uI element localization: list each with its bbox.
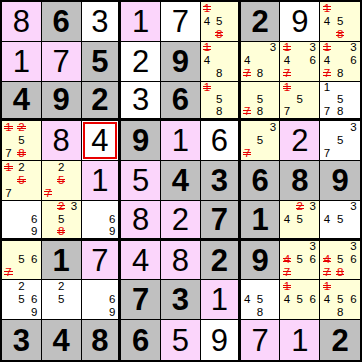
candidate-slot-4 <box>320 94 333 106</box>
cell-r8c1[interactable]: 2569 <box>2 280 42 320</box>
candidate-slot-1: 1 <box>201 42 213 55</box>
candidate-slot-3 <box>225 42 237 55</box>
candidate-5: 5 <box>18 254 24 266</box>
candidate-slot-5: 5 <box>333 254 346 267</box>
cell-value: 7 <box>161 2 200 41</box>
candidate-grid: 69 <box>2 201 41 238</box>
candidate-slot-3 <box>68 161 81 174</box>
cell-r6c3[interactable]: 69 <box>82 201 122 241</box>
candidate-slot-7 <box>201 68 213 81</box>
candidate-slot-5: 5 <box>254 94 267 106</box>
cell-r3c8[interactable]: 157 <box>280 82 320 122</box>
cell-value: 8 <box>42 121 81 160</box>
candidate-slot-2: 2 <box>15 161 28 174</box>
candidate-4: 4 <box>244 55 250 67</box>
candidate-9: 9 <box>109 226 115 238</box>
candidate-slot-4: 4 <box>241 55 254 68</box>
candidate-slot-4: 4 <box>280 293 293 306</box>
candidate-slot-7: 7 <box>241 147 254 160</box>
cell-r1c6[interactable]: 1458 <box>201 2 241 42</box>
candidate-slot-7: 7 <box>241 68 254 81</box>
candidate-slot-4 <box>42 293 55 306</box>
cell-value: 5 <box>121 161 160 200</box>
cell-r2c8[interactable]: 13467 <box>280 42 320 82</box>
candidate-slot-7 <box>201 28 213 41</box>
candidate-slot-3 <box>106 201 118 213</box>
candidate-slot-1 <box>82 201 94 213</box>
candidate-grid: 567 <box>2 241 41 280</box>
cell-r9c5[interactable]: 5 <box>161 320 201 360</box>
candidate-slot-3: 3 <box>347 241 360 254</box>
cell-r5c2[interactable]: 257 <box>42 161 82 201</box>
candidate-slot-7: 7 <box>2 187 15 200</box>
candidate-slot-4: 4 <box>320 254 333 267</box>
candidate-slot-8: 8 <box>333 106 346 118</box>
candidate-slot-8: 8 <box>213 106 225 118</box>
candidate-slot-9 <box>225 106 237 118</box>
candidate-5: 5 <box>337 135 343 147</box>
cell-r3c1[interactable]: 4 <box>2 82 42 122</box>
eliminated-candidate-8: 8 <box>17 148 25 160</box>
cell-r9c7[interactable]: 7 <box>241 320 281 360</box>
candidate-slot-9 <box>267 68 280 81</box>
candidate-slot-2 <box>333 241 346 254</box>
cell-r1c7[interactable]: 2 <box>241 2 281 42</box>
cell-r8c9[interactable]: 14568 <box>320 280 360 320</box>
candidate-6: 6 <box>31 294 37 306</box>
candidate-slot-5 <box>15 213 28 225</box>
cell-r9c2[interactable]: 4 <box>42 320 82 360</box>
candidate-grid: 345678 <box>320 241 360 280</box>
candidate-7: 7 <box>324 106 330 118</box>
candidate-5: 5 <box>297 254 303 266</box>
candidate-slot-2: 2 <box>15 121 28 134</box>
candidate-8: 8 <box>216 106 222 118</box>
candidate-slot-8 <box>293 306 306 319</box>
candidate-slot-5: 5 <box>213 15 225 28</box>
candidate-slot-9 <box>306 106 319 118</box>
candidate-slot-6 <box>68 213 81 225</box>
candidate-slot-4 <box>2 254 15 267</box>
cell-r4c7[interactable]: 357 <box>241 121 281 161</box>
candidate-slot-8: 8 <box>15 147 28 160</box>
cell-r7c5[interactable]: 8 <box>161 241 201 281</box>
cell-r3c3[interactable]: 2 <box>82 82 122 122</box>
candidate-slot-7 <box>82 225 94 237</box>
cell-r3c2[interactable]: 9 <box>42 82 82 122</box>
candidate-grid: 2358 <box>42 201 81 238</box>
candidate-2: 2 <box>18 281 24 293</box>
cell-r1c5[interactable]: 7 <box>161 2 201 42</box>
cell-value: 4 <box>161 161 200 200</box>
candidate-slot-6: 6 <box>106 213 118 225</box>
candidate-6: 6 <box>350 294 356 306</box>
candidate-slot-9 <box>347 225 360 237</box>
candidate-5: 5 <box>337 254 343 266</box>
candidate-slot-5 <box>333 55 346 68</box>
candidate-slot-9: 9 <box>28 225 41 237</box>
cell-r2c6[interactable]: 148 <box>201 42 241 82</box>
candidate-slot-9 <box>267 306 280 319</box>
candidate-slot-2 <box>254 280 267 293</box>
cell-r1c1[interactable]: 8 <box>2 2 42 42</box>
eliminated-candidate-7: 7 <box>243 148 251 160</box>
cell-r8c3[interactable]: 69 <box>82 280 122 320</box>
candidate-slot-1: 1 <box>320 2 333 15</box>
cell-r2c1[interactable]: 1 <box>2 42 42 82</box>
cell-r7c1[interactable]: 567 <box>2 241 42 281</box>
cell-r6c5[interactable]: 2 <box>161 201 201 241</box>
candidate-slot-2 <box>15 241 28 254</box>
candidate-slot-2 <box>333 121 346 134</box>
cell-value: 9 <box>42 82 81 119</box>
candidate-slot-7 <box>82 306 94 319</box>
candidate-slot-3 <box>306 82 319 94</box>
candidate-slot-9 <box>347 147 360 160</box>
cell-r3c5[interactable]: 6 <box>161 82 201 122</box>
candidate-grid: 357 <box>241 121 280 160</box>
candidate-slot-5: 5 <box>254 134 267 147</box>
cell-r5c8[interactable]: 8 <box>280 161 320 201</box>
cell-r4c2[interactable]: 8 <box>42 121 82 161</box>
candidate-slot-6: 6 <box>28 254 41 267</box>
candidate-slot-5: 5 <box>293 94 306 106</box>
candidate-slot-5: 5 <box>333 15 346 28</box>
candidate-slot-6 <box>267 55 280 68</box>
candidate-slot-6: 6 <box>306 55 319 68</box>
cell-r7c3[interactable]: 7 <box>82 241 122 281</box>
candidate-slot-2 <box>293 82 306 94</box>
candidate-6: 6 <box>109 214 115 226</box>
candidate-slot-1: 1 <box>320 280 333 293</box>
candidate-slot-9 <box>225 68 237 81</box>
candidate-8: 8 <box>257 68 263 80</box>
candidate-7: 7 <box>284 106 290 118</box>
eliminated-candidate-7: 7 <box>243 68 251 80</box>
candidate-slot-2: 2 <box>55 201 68 213</box>
cell-r5c1[interactable]: 1257 <box>2 161 42 201</box>
candidate-slot-8 <box>15 306 28 319</box>
candidate-5: 5 <box>297 294 303 306</box>
cell-r3c9[interactable]: 1578 <box>320 82 360 122</box>
cell-r1c2[interactable]: 6 <box>42 2 82 42</box>
candidate-slot-3: 3 <box>347 42 360 55</box>
candidate-slot-1 <box>2 241 15 254</box>
cell-r9c9[interactable]: 2 <box>320 320 360 360</box>
cell-value: 9 <box>121 121 160 160</box>
cell-value: 8 <box>82 320 119 360</box>
eliminated-candidate-8: 8 <box>215 29 223 41</box>
candidate-grid: 578 <box>241 82 280 119</box>
cell-r1c9[interactable]: 1458 <box>320 2 360 42</box>
cell-r3c4[interactable]: 3 <box>121 82 161 122</box>
candidate-slot-9 <box>68 187 81 200</box>
cell-r1c3[interactable]: 3 <box>82 2 122 42</box>
candidate-slot-9 <box>306 68 319 81</box>
candidate-slot-8: 8 <box>333 267 346 280</box>
candidate-slot-7 <box>42 306 55 319</box>
candidate-6: 6 <box>31 254 37 266</box>
candidate-slot-2 <box>333 82 346 94</box>
candidate-slot-3: 3 <box>347 201 360 213</box>
candidate-slot-5: 5 <box>55 213 68 225</box>
candidate-slot-4 <box>201 94 213 106</box>
cell-r9c4[interactable]: 6 <box>121 320 161 360</box>
candidate-6: 6 <box>350 254 356 266</box>
eliminated-candidate-2: 2 <box>296 201 304 213</box>
candidate-slot-5: 5 <box>55 174 68 187</box>
candidate-slot-6 <box>347 15 360 28</box>
candidate-grid: 69 <box>82 280 119 319</box>
candidate-3: 3 <box>270 122 276 134</box>
candidate-slot-8 <box>293 267 306 280</box>
cell-r7c8[interactable]: 34567 <box>280 241 320 281</box>
cell-r9c1[interactable]: 3 <box>2 320 42 360</box>
candidate-slot-2: 2 <box>293 201 306 213</box>
eliminated-candidate-2: 2 <box>17 122 25 134</box>
candidate-slot-1 <box>320 201 333 213</box>
candidate-slot-7: 7 <box>280 68 293 81</box>
candidate-slot-1 <box>42 161 55 174</box>
cell-r3c7[interactable]: 578 <box>241 82 281 122</box>
candidate-grid: 345 <box>320 201 360 238</box>
candidate-slot-9 <box>347 106 360 118</box>
candidate-slot-3 <box>267 82 280 94</box>
candidate-slot-7 <box>2 225 15 237</box>
cell-r8c2[interactable]: 25 <box>42 280 82 320</box>
candidate-slot-3 <box>28 121 41 134</box>
candidate-slot-2 <box>333 280 346 293</box>
candidate-3: 3 <box>350 42 356 54</box>
candidate-4: 4 <box>324 294 330 306</box>
candidate-9: 9 <box>109 307 115 319</box>
candidate-slot-1 <box>241 121 254 134</box>
candidate-slot-6 <box>225 55 237 68</box>
cell-r2c2[interactable]: 7 <box>42 42 82 82</box>
cell-r4c3[interactable]: 4 <box>82 121 122 161</box>
cell-value: 2 <box>320 320 360 360</box>
cell-r9c8[interactable]: 1 <box>280 320 320 360</box>
candidate-slot-6 <box>225 15 237 28</box>
candidate-slot-6 <box>28 174 41 187</box>
candidate-slot-2 <box>213 82 225 94</box>
cell-value: 6 <box>241 161 280 200</box>
candidate-slot-2 <box>333 42 346 55</box>
cell-r7c4[interactable]: 4 <box>121 241 161 281</box>
cell-value: 2 <box>241 2 280 41</box>
cell-r5c7[interactable]: 6 <box>241 161 281 201</box>
candidate-slot-4 <box>2 213 15 225</box>
candidate-slot-4: 4 <box>280 55 293 68</box>
cell-r5c3[interactable]: 1 <box>82 161 122 201</box>
candidate-3: 3 <box>350 122 356 134</box>
cell-r5c5[interactable]: 4 <box>161 161 201 201</box>
candidate-3: 3 <box>310 241 316 253</box>
eliminated-candidate-7: 7 <box>283 267 291 279</box>
eliminated-candidate-8: 8 <box>336 29 344 41</box>
candidate-slot-3 <box>28 201 41 213</box>
cell-r7c2[interactable]: 1 <box>42 241 82 281</box>
cell-r2c5[interactable]: 9 <box>161 42 201 82</box>
cell-value: 6 <box>201 121 238 160</box>
cell-r6c7[interactable]: 1 <box>241 201 281 241</box>
candidate-slot-7: 7 <box>241 106 254 118</box>
cell-r2c4[interactable]: 2 <box>121 42 161 82</box>
candidate-slot-7: 7 <box>320 106 333 118</box>
cell-r2c7[interactable]: 3478 <box>241 42 281 82</box>
candidate-slot-9 <box>267 147 280 160</box>
candidate-slot-8 <box>254 147 267 160</box>
cell-value: 8 <box>121 201 160 238</box>
cell-value: 6 <box>161 82 200 119</box>
candidate-slot-9: 9 <box>106 306 118 319</box>
candidate-slot-7: 7 <box>2 267 15 280</box>
cell-r2c9[interactable]: 134678 <box>320 42 360 82</box>
candidate-slot-7: 7 <box>2 147 15 160</box>
eliminated-candidate-1: 1 <box>323 281 331 293</box>
candidate-slot-4 <box>42 174 55 187</box>
candidate-slot-9 <box>225 28 237 41</box>
candidate-slot-1: 1 <box>2 121 15 134</box>
candidate-slot-1: 1 <box>201 82 213 94</box>
cell-r3c6[interactable]: 158 <box>201 82 241 122</box>
candidate-slot-5 <box>94 293 106 306</box>
cell-value: 4 <box>2 82 41 119</box>
cell-r6c8[interactable]: 2345 <box>280 201 320 241</box>
eliminated-candidate-5: 5 <box>17 175 25 187</box>
eliminated-candidate-7: 7 <box>243 106 251 118</box>
cell-value: 9 <box>320 161 360 200</box>
cell-value: 1 <box>2 42 41 81</box>
candidate-slot-9 <box>347 68 360 81</box>
candidate-slot-2: 2 <box>55 280 68 293</box>
candidate-slot-5: 5 <box>333 213 346 225</box>
cell-r4c8[interactable]: 2 <box>280 121 320 161</box>
cell-value: 2 <box>161 201 200 238</box>
cell-r4c4[interactable]: 9 <box>121 121 161 161</box>
candidate-8: 8 <box>337 68 343 80</box>
cell-r6c2[interactable]: 2358 <box>42 201 82 241</box>
candidate-grid: 1578 <box>320 82 360 119</box>
cell-value: 2 <box>201 241 238 280</box>
candidate-slot-2: 2 <box>15 280 28 293</box>
candidate-grid: 1257 <box>2 161 41 200</box>
candidate-slot-7: 7 <box>320 68 333 81</box>
cell-r5c6[interactable]: 3 <box>201 161 241 201</box>
candidate-slot-8: 8 <box>254 106 267 118</box>
candidate-slot-1: 1 <box>320 82 333 94</box>
candidate-6: 6 <box>350 55 356 67</box>
candidate-slot-7: 7 <box>320 267 333 280</box>
cell-r4c6[interactable]: 6 <box>201 121 241 161</box>
cell-r8c7[interactable]: 458 <box>241 280 281 320</box>
candidate-slot-7 <box>320 225 333 237</box>
cell-r4c1[interactable]: 12578 <box>2 121 42 161</box>
candidate-slot-1: 1 <box>201 2 213 15</box>
cell-r9c3[interactable]: 8 <box>82 320 122 360</box>
candidate-4: 4 <box>204 16 210 28</box>
candidate-slot-8 <box>293 106 306 118</box>
cell-r5c9[interactable]: 9 <box>320 161 360 201</box>
candidate-slot-6 <box>68 293 81 306</box>
cell-r8c4[interactable]: 7 <box>121 280 161 320</box>
candidate-slot-4: 4 <box>201 55 213 68</box>
candidate-slot-2 <box>333 201 346 213</box>
candidate-5: 5 <box>297 94 303 106</box>
candidate-3: 3 <box>71 201 77 213</box>
candidate-slot-5: 5 <box>15 174 28 187</box>
candidate-grid: 69 <box>82 201 119 238</box>
cell-r9c6[interactable]: 9 <box>201 320 241 360</box>
candidate-6: 6 <box>310 254 316 266</box>
eliminated-candidate-7: 7 <box>4 267 12 279</box>
cell-r6c6[interactable]: 7 <box>201 201 241 241</box>
cell-r8c6[interactable]: 1 <box>201 280 241 320</box>
candidate-slot-9 <box>68 225 81 237</box>
candidate-slot-2 <box>254 42 267 55</box>
eliminated-candidate-1: 1 <box>203 42 211 54</box>
candidate-9: 9 <box>31 307 37 319</box>
candidate-slot-9 <box>347 28 360 41</box>
candidate-slot-4 <box>82 293 94 306</box>
cell-value: 8 <box>280 161 319 200</box>
eliminated-candidate-1: 1 <box>283 42 291 54</box>
cell-r2c3[interactable]: 5 <box>82 42 122 82</box>
cell-r4c5[interactable]: 1 <box>161 121 201 161</box>
cell-r8c8[interactable]: 1456 <box>280 280 320 320</box>
candidate-slot-1 <box>320 241 333 254</box>
candidate-4: 4 <box>284 294 290 306</box>
candidate-slot-6: 6 <box>28 213 41 225</box>
cell-r8c5[interactable]: 3 <box>161 280 201 320</box>
candidate-slot-7: 7 <box>280 267 293 280</box>
candidate-slot-8 <box>94 306 106 319</box>
candidate-5: 5 <box>58 294 64 306</box>
candidate-slot-4 <box>2 293 15 306</box>
candidate-slot-5: 5 <box>15 134 28 147</box>
cell-value: 3 <box>121 82 160 119</box>
cell-r7c6[interactable]: 2 <box>201 241 241 281</box>
candidate-slot-4: 4 <box>201 15 213 28</box>
cell-r6c9[interactable]: 345 <box>320 201 360 241</box>
candidate-3: 3 <box>310 42 316 54</box>
candidate-slot-3 <box>28 161 41 174</box>
cell-r7c9[interactable]: 345678 <box>320 241 360 281</box>
candidate-slot-8: 8 <box>254 68 267 81</box>
cell-r1c4[interactable]: 1 <box>121 2 161 42</box>
candidate-grid: 157 <box>280 82 319 119</box>
candidate-grid: 148 <box>201 42 238 81</box>
cell-r7c7[interactable]: 9 <box>241 241 281 281</box>
candidate-slot-2 <box>293 241 306 254</box>
cell-r5c4[interactable]: 5 <box>121 161 161 201</box>
candidate-8: 8 <box>257 106 263 118</box>
candidate-slot-6 <box>267 94 280 106</box>
candidate-slot-4 <box>42 213 55 225</box>
cell-r1c8[interactable]: 9 <box>280 2 320 42</box>
eliminated-candidate-1: 1 <box>203 3 211 15</box>
cell-r4c9[interactable]: 357 <box>320 121 360 161</box>
candidate-slot-3: 3 <box>347 121 360 134</box>
candidate-slot-3 <box>347 2 360 15</box>
cell-r6c1[interactable]: 69 <box>2 201 42 241</box>
candidate-slot-4: 4 <box>320 15 333 28</box>
cell-r6c4[interactable]: 8 <box>121 201 161 241</box>
cell-value: 1 <box>161 121 200 160</box>
candidate-slot-6: 6 <box>347 55 360 68</box>
candidate-grid: 158 <box>201 82 238 119</box>
candidate-grid: 2345 <box>280 201 319 238</box>
